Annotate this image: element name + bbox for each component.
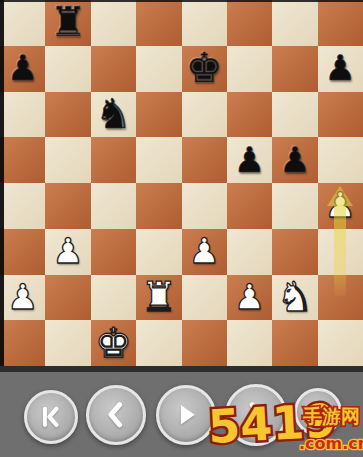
square-e6[interactable] <box>182 92 227 138</box>
square-d6[interactable] <box>136 92 181 138</box>
white-pawn[interactable]: ♟ <box>52 234 83 269</box>
square-a3[interactable] <box>0 229 45 275</box>
square-b8[interactable]: ♜ <box>45 0 90 46</box>
square-d5[interactable] <box>136 137 181 183</box>
white-knight[interactable]: ♞ <box>277 277 314 318</box>
go-to-start-button[interactable] <box>24 390 78 444</box>
square-c5[interactable] <box>91 137 136 183</box>
square-e8[interactable] <box>182 0 227 46</box>
square-g4[interactable] <box>272 183 317 229</box>
chevron-right-icon <box>239 398 274 433</box>
square-a5[interactable] <box>0 137 45 183</box>
square-b1[interactable] <box>45 320 90 366</box>
black-knight[interactable]: ♞ <box>95 94 132 135</box>
white-pawn[interactable]: ♟ <box>188 234 219 269</box>
square-h3[interactable] <box>318 229 363 275</box>
square-g5[interactable]: ♟ <box>272 137 317 183</box>
square-g7[interactable] <box>272 46 317 92</box>
square-h5[interactable] <box>318 137 363 183</box>
square-b4[interactable] <box>45 183 90 229</box>
square-b5[interactable] <box>45 137 90 183</box>
square-e2[interactable] <box>182 275 227 321</box>
square-f2[interactable]: ♟ <box>227 275 272 321</box>
play-icon <box>169 398 202 431</box>
square-g1[interactable] <box>272 320 317 366</box>
square-h1[interactable] <box>318 320 363 366</box>
skip-start-icon <box>36 402 66 432</box>
square-f1[interactable] <box>227 320 272 366</box>
square-a1[interactable] <box>0 320 45 366</box>
square-a4[interactable] <box>0 183 45 229</box>
square-d3[interactable] <box>136 229 181 275</box>
next-move-button[interactable] <box>225 384 287 446</box>
square-g8[interactable] <box>272 0 317 46</box>
square-h6[interactable] <box>318 92 363 138</box>
square-d7[interactable] <box>136 46 181 92</box>
square-b2[interactable] <box>45 275 90 321</box>
skip-end-icon <box>305 399 331 425</box>
white-pawn[interactable]: ♟ <box>234 280 265 315</box>
square-g2[interactable]: ♞ <box>272 275 317 321</box>
square-d4[interactable] <box>136 183 181 229</box>
square-a8[interactable] <box>0 0 45 46</box>
square-h2[interactable] <box>318 275 363 321</box>
square-f7[interactable] <box>227 46 272 92</box>
board-top-border <box>0 0 363 2</box>
black-king[interactable]: ♚ <box>186 48 223 89</box>
square-b7[interactable] <box>45 46 90 92</box>
black-pawn[interactable]: ♟ <box>325 51 356 86</box>
square-e7[interactable]: ♚ <box>182 46 227 92</box>
square-d1[interactable] <box>136 320 181 366</box>
board-left-border <box>0 0 4 366</box>
play-button[interactable] <box>156 385 216 445</box>
square-g6[interactable] <box>272 92 317 138</box>
white-king[interactable]: ♚ <box>95 323 132 364</box>
square-e5[interactable] <box>182 137 227 183</box>
square-g3[interactable] <box>272 229 317 275</box>
square-e3[interactable]: ♟ <box>182 229 227 275</box>
square-e4[interactable] <box>182 183 227 229</box>
black-rook[interactable]: ♜ <box>50 2 87 43</box>
square-f4[interactable] <box>227 183 272 229</box>
chess-app-screen: ♜♟♚♟♞♟♟♟♟♟♟♜♟♞♚ <box>0 0 363 457</box>
square-c4[interactable] <box>91 183 136 229</box>
chevron-left-icon <box>99 398 132 431</box>
white-rook[interactable]: ♜ <box>140 277 177 318</box>
navigation-toolbar <box>0 372 363 457</box>
square-f8[interactable] <box>227 0 272 46</box>
square-c6[interactable]: ♞ <box>91 92 136 138</box>
square-f5[interactable]: ♟ <box>227 137 272 183</box>
square-b6[interactable] <box>45 92 90 138</box>
square-a6[interactable] <box>0 92 45 138</box>
chess-board: ♜♟♚♟♞♟♟♟♟♟♟♜♟♞♚ <box>0 0 363 366</box>
black-pawn[interactable]: ♟ <box>279 143 310 178</box>
square-a2[interactable]: ♟ <box>0 275 45 321</box>
square-f6[interactable] <box>227 92 272 138</box>
square-c8[interactable] <box>91 0 136 46</box>
square-a7[interactable]: ♟ <box>0 46 45 92</box>
square-d2[interactable]: ♜ <box>136 275 181 321</box>
square-h4[interactable]: ♟ <box>318 183 363 229</box>
white-pawn[interactable]: ♟ <box>325 188 356 223</box>
black-pawn[interactable]: ♟ <box>234 143 265 178</box>
square-b3[interactable]: ♟ <box>45 229 90 275</box>
square-c2[interactable] <box>91 275 136 321</box>
white-pawn[interactable]: ♟ <box>7 280 38 315</box>
square-d8[interactable] <box>136 0 181 46</box>
board-bottom-border <box>0 366 363 372</box>
square-h7[interactable]: ♟ <box>318 46 363 92</box>
square-c7[interactable] <box>91 46 136 92</box>
previous-move-button[interactable] <box>86 385 146 445</box>
go-to-end-button[interactable] <box>294 388 342 436</box>
square-c1[interactable]: ♚ <box>91 320 136 366</box>
square-c3[interactable] <box>91 229 136 275</box>
square-e1[interactable] <box>182 320 227 366</box>
square-h8[interactable] <box>318 0 363 46</box>
square-f3[interactable] <box>227 229 272 275</box>
black-pawn[interactable]: ♟ <box>7 51 38 86</box>
